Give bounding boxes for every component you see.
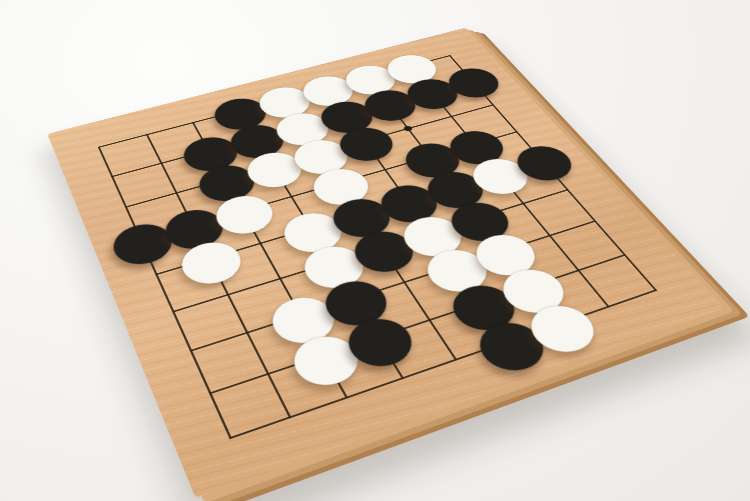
stone-black: ● [337, 308, 417, 367]
board-grid: ●●●●●●●●●●●●●●●●●●●●●●●●●●●●●●●●●●●●●●●●… [99, 56, 656, 438]
stone-white: ● [174, 233, 246, 285]
go-board: ●●●●●●●●●●●●●●●●●●●●●●●●●●●●●●●●●●●●●●●●… [47, 28, 725, 499]
go-board-photo: ●●●●●●●●●●●●●●●●●●●●●●●●●●●●●●●●●●●●●●●●… [0, 0, 750, 501]
